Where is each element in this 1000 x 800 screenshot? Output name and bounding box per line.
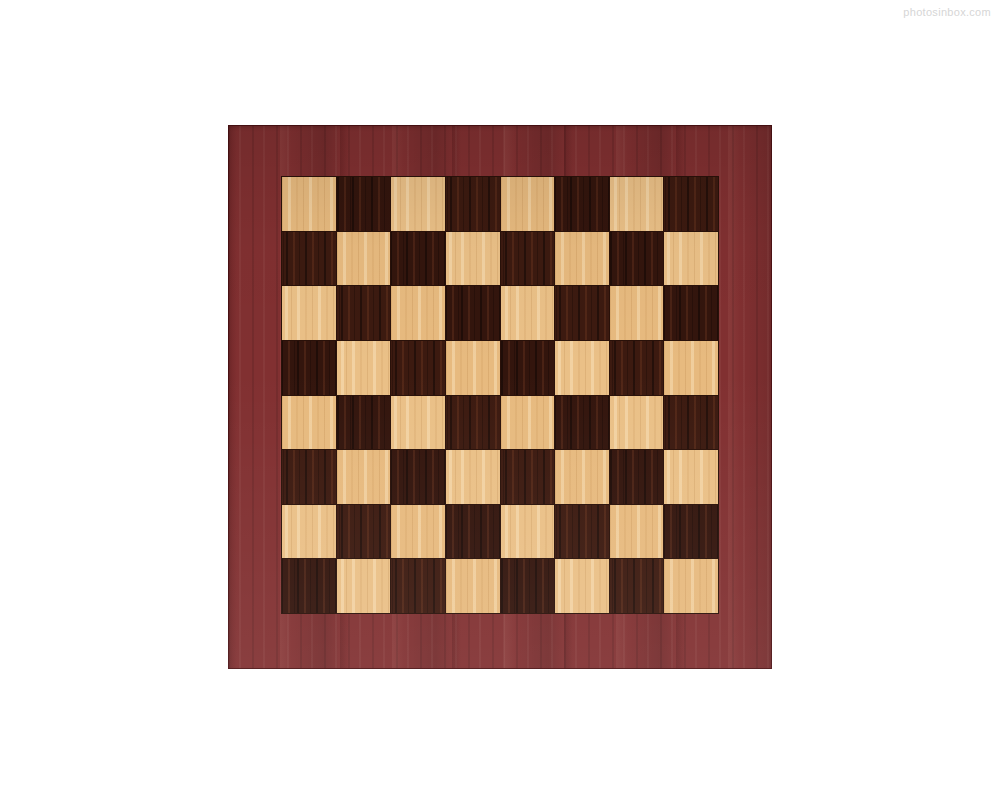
square-e7[interactable] [501, 232, 555, 286]
square-a2[interactable] [282, 505, 336, 559]
square-a1[interactable] [282, 559, 336, 613]
square-f6[interactable] [555, 286, 609, 340]
square-h6[interactable] [664, 286, 718, 340]
square-d8[interactable] [446, 177, 500, 231]
square-h2[interactable] [664, 505, 718, 559]
square-b8[interactable] [337, 177, 391, 231]
square-e5[interactable] [501, 341, 555, 395]
chess-board [282, 177, 718, 613]
square-a3[interactable] [282, 450, 336, 504]
square-f2[interactable] [555, 505, 609, 559]
square-f3[interactable] [555, 450, 609, 504]
square-e3[interactable] [501, 450, 555, 504]
square-e4[interactable] [501, 396, 555, 450]
square-g3[interactable] [610, 450, 664, 504]
square-d5[interactable] [446, 341, 500, 395]
square-a7[interactable] [282, 232, 336, 286]
square-g5[interactable] [610, 341, 664, 395]
square-h1[interactable] [664, 559, 718, 613]
square-h7[interactable] [664, 232, 718, 286]
square-c6[interactable] [391, 286, 445, 340]
square-c8[interactable] [391, 177, 445, 231]
square-h8[interactable] [664, 177, 718, 231]
square-g1[interactable] [610, 559, 664, 613]
square-b7[interactable] [337, 232, 391, 286]
square-g4[interactable] [610, 396, 664, 450]
square-h3[interactable] [664, 450, 718, 504]
square-f4[interactable] [555, 396, 609, 450]
square-d7[interactable] [446, 232, 500, 286]
square-c2[interactable] [391, 505, 445, 559]
square-h4[interactable] [664, 396, 718, 450]
chess-board-frame [228, 125, 772, 669]
page: photosinbox.com [0, 0, 1000, 800]
square-g7[interactable] [610, 232, 664, 286]
square-f8[interactable] [555, 177, 609, 231]
square-d4[interactable] [446, 396, 500, 450]
square-d1[interactable] [446, 559, 500, 613]
square-g6[interactable] [610, 286, 664, 340]
square-g8[interactable] [610, 177, 664, 231]
square-e1[interactable] [501, 559, 555, 613]
square-c7[interactable] [391, 232, 445, 286]
square-a4[interactable] [282, 396, 336, 450]
square-e8[interactable] [501, 177, 555, 231]
square-a6[interactable] [282, 286, 336, 340]
square-c3[interactable] [391, 450, 445, 504]
square-c4[interactable] [391, 396, 445, 450]
square-b6[interactable] [337, 286, 391, 340]
square-b2[interactable] [337, 505, 391, 559]
square-c1[interactable] [391, 559, 445, 613]
square-c5[interactable] [391, 341, 445, 395]
square-d6[interactable] [446, 286, 500, 340]
square-d2[interactable] [446, 505, 500, 559]
square-f7[interactable] [555, 232, 609, 286]
square-g2[interactable] [610, 505, 664, 559]
square-f5[interactable] [555, 341, 609, 395]
square-e2[interactable] [501, 505, 555, 559]
square-e6[interactable] [501, 286, 555, 340]
square-f1[interactable] [555, 559, 609, 613]
watermark-text: photosinbox.com [903, 6, 991, 18]
square-a8[interactable] [282, 177, 336, 231]
square-a5[interactable] [282, 341, 336, 395]
square-b5[interactable] [337, 341, 391, 395]
square-d3[interactable] [446, 450, 500, 504]
square-b3[interactable] [337, 450, 391, 504]
square-h5[interactable] [664, 341, 718, 395]
square-b4[interactable] [337, 396, 391, 450]
square-b1[interactable] [337, 559, 391, 613]
